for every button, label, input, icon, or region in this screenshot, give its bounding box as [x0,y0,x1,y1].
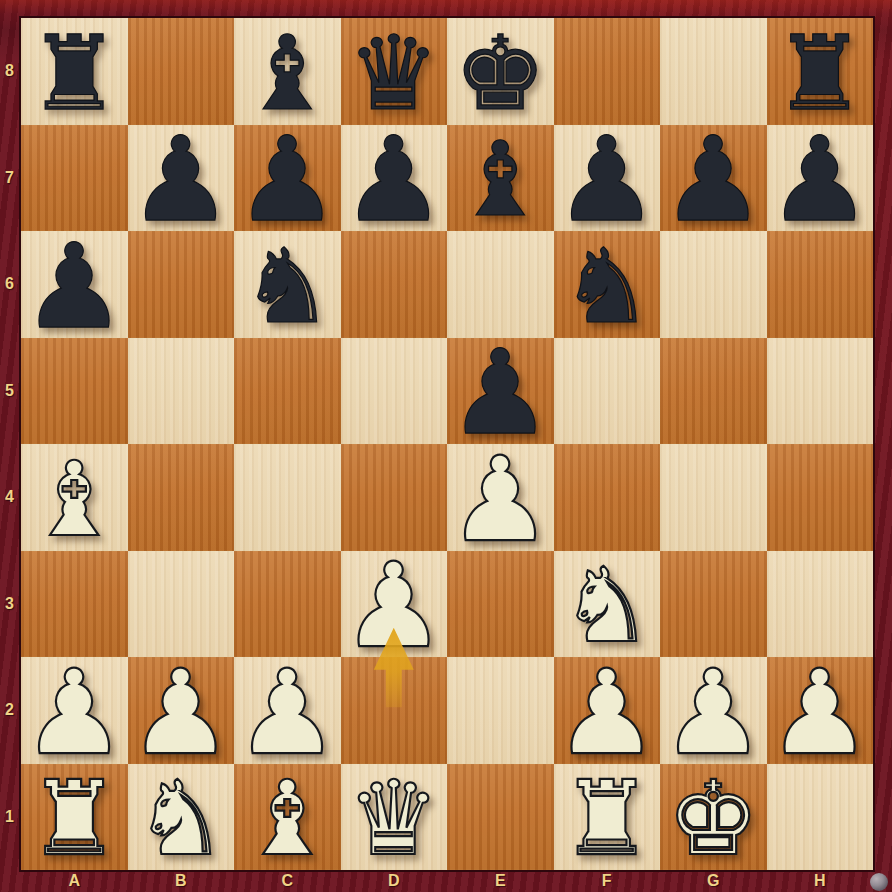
square-a5[interactable] [21,338,128,445]
rank-label-4: 4 [0,488,19,506]
square-f6[interactable]: ♞ [554,231,661,338]
chess-board[interactable]: ♜♝♛♚♜♟♟♟♝♟♟♟♟♞♞♟♝♟♟♞♟♟♟♟♟♟♜♞♝♛♜♚ [19,16,875,872]
square-b3[interactable] [128,551,235,658]
white-pawn[interactable]: ♟ [661,654,766,771]
black-pawn[interactable]: ♟ [22,228,127,345]
black-queen[interactable]: ♛ [348,22,440,125]
square-a3[interactable] [21,551,128,658]
square-h5[interactable] [767,338,874,445]
square-d4[interactable] [341,444,448,551]
square-d8[interactable]: ♛ [341,18,448,125]
square-b2[interactable]: ♟ [128,657,235,764]
square-f2[interactable]: ♟ [554,657,661,764]
square-d2[interactable] [341,657,448,764]
square-h3[interactable] [767,551,874,658]
rank-label-1: 1 [0,808,19,826]
square-f5[interactable] [554,338,661,445]
black-bishop[interactable]: ♝ [454,128,546,231]
square-f3[interactable]: ♞ [554,551,661,658]
white-knight[interactable]: ♞ [135,767,227,870]
square-e7[interactable]: ♝ [447,125,554,232]
rank-label-7: 7 [0,169,19,187]
square-h7[interactable]: ♟ [767,125,874,232]
square-e2[interactable] [447,657,554,764]
black-knight[interactable]: ♞ [561,235,653,338]
white-knight[interactable]: ♞ [561,554,653,657]
square-a2[interactable]: ♟ [21,657,128,764]
square-f7[interactable]: ♟ [554,125,661,232]
black-rook[interactable]: ♜ [774,22,866,125]
square-c2[interactable]: ♟ [234,657,341,764]
square-f4[interactable] [554,444,661,551]
white-king[interactable]: ♚ [667,767,759,870]
square-d3[interactable]: ♟ [341,551,448,658]
black-rook[interactable]: ♜ [28,22,120,125]
square-g6[interactable] [660,231,767,338]
square-h1[interactable] [767,764,874,871]
square-c7[interactable]: ♟ [234,125,341,232]
square-c1[interactable]: ♝ [234,764,341,871]
rank-label-2: 2 [0,701,19,719]
white-pawn[interactable]: ♟ [341,547,446,664]
white-pawn[interactable]: ♟ [554,654,659,771]
square-c4[interactable] [234,444,341,551]
white-rook[interactable]: ♜ [28,767,120,870]
file-label-g: G [660,871,767,891]
square-h8[interactable]: ♜ [767,18,874,125]
file-label-c: C [234,871,341,891]
white-rook[interactable]: ♜ [561,767,653,870]
square-b6[interactable] [128,231,235,338]
square-a7[interactable] [21,125,128,232]
square-g2[interactable]: ♟ [660,657,767,764]
black-pawn[interactable]: ♟ [661,121,766,238]
square-b7[interactable]: ♟ [128,125,235,232]
square-a1[interactable]: ♜ [21,764,128,871]
square-h6[interactable] [767,231,874,338]
square-e4[interactable]: ♟ [447,444,554,551]
black-pawn[interactable]: ♟ [767,121,872,238]
gray-ball-indicator [870,873,888,891]
square-d1[interactable]: ♛ [341,764,448,871]
square-b8[interactable] [128,18,235,125]
square-g7[interactable]: ♟ [660,125,767,232]
square-g5[interactable] [660,338,767,445]
file-label-h: H [767,871,874,891]
square-b5[interactable] [128,338,235,445]
rank-label-3: 3 [0,595,19,613]
black-pawn[interactable]: ♟ [128,121,233,238]
black-pawn[interactable]: ♟ [554,121,659,238]
black-king[interactable]: ♚ [454,22,546,125]
white-pawn[interactable]: ♟ [235,654,340,771]
square-g3[interactable] [660,551,767,658]
rank-label-8: 8 [0,62,19,80]
square-g8[interactable] [660,18,767,125]
black-pawn[interactable]: ♟ [341,121,446,238]
file-label-d: D [341,871,448,891]
chess-board-frame: ♜♝♛♚♜♟♟♟♝♟♟♟♟♞♞♟♝♟♟♞♟♟♟♟♟♟♜♞♝♛♜♚ 8765432… [0,0,892,892]
square-e3[interactable] [447,551,554,658]
square-c6[interactable]: ♞ [234,231,341,338]
square-f8[interactable] [554,18,661,125]
square-g1[interactable]: ♚ [660,764,767,871]
rank-label-5: 5 [0,382,19,400]
square-a8[interactable]: ♜ [21,18,128,125]
black-bishop[interactable]: ♝ [241,22,333,125]
file-label-b: B [128,871,235,891]
square-f1[interactable]: ♜ [554,764,661,871]
square-h4[interactable] [767,444,874,551]
square-e5[interactable]: ♟ [447,338,554,445]
square-c3[interactable] [234,551,341,658]
square-e6[interactable] [447,231,554,338]
square-a4[interactable]: ♝ [21,444,128,551]
square-g4[interactable] [660,444,767,551]
black-knight[interactable]: ♞ [241,235,333,338]
white-pawn[interactable]: ♟ [128,654,233,771]
square-b4[interactable] [128,444,235,551]
file-label-f: F [554,871,661,891]
white-pawn[interactable]: ♟ [448,441,553,558]
file-label-e: E [447,871,554,891]
square-b1[interactable]: ♞ [128,764,235,871]
white-bishop[interactable]: ♝ [28,448,120,551]
square-e8[interactable]: ♚ [447,18,554,125]
square-a6[interactable]: ♟ [21,231,128,338]
square-d7[interactable]: ♟ [341,125,448,232]
square-e1[interactable] [447,764,554,871]
square-d6[interactable] [341,231,448,338]
square-c8[interactable]: ♝ [234,18,341,125]
rank-label-6: 6 [0,275,19,293]
square-d5[interactable] [341,338,448,445]
white-queen[interactable]: ♛ [348,767,440,870]
white-bishop[interactable]: ♝ [241,767,333,870]
black-pawn[interactable]: ♟ [235,121,340,238]
square-h2[interactable]: ♟ [767,657,874,764]
white-pawn[interactable]: ♟ [767,654,872,771]
file-label-a: A [21,871,128,891]
white-pawn[interactable]: ♟ [22,654,127,771]
square-c5[interactable] [234,338,341,445]
